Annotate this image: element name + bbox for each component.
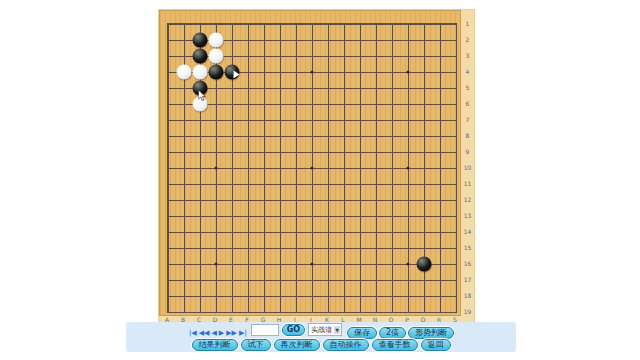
row-label-1: 1 bbox=[461, 20, 474, 27]
row-label-12: 12 bbox=[461, 196, 474, 203]
toolbar-row-actions: 结果判断试下再次判断自动操作查看手数返回 bbox=[126, 338, 516, 352]
toolbar-row2-button-1[interactable]: 试下 bbox=[241, 339, 271, 351]
row-label-7: 7 bbox=[461, 116, 474, 123]
page: 12345678910111213141516171819 ABCDEFGHIJ… bbox=[0, 0, 640, 360]
row-label-5: 5 bbox=[461, 84, 474, 91]
stone-black-Q16[interactable] bbox=[417, 257, 432, 272]
board-overlay bbox=[168, 24, 456, 312]
row-coordinates: 12345678910111213141516171819 bbox=[461, 10, 474, 316]
row-label-11: 11 bbox=[461, 180, 474, 187]
row-label-15: 15 bbox=[461, 244, 474, 251]
mouse-cursor-icon bbox=[198, 86, 206, 105]
variation-select-value: 实战谱 bbox=[311, 325, 332, 335]
stone-black-C3[interactable] bbox=[193, 49, 208, 64]
stone-black-D4[interactable] bbox=[209, 65, 224, 80]
go-board-frame: 12345678910111213141516171819 ABCDEFGHIJ… bbox=[158, 9, 475, 326]
toolbar-row2-button-5[interactable]: 返回 bbox=[421, 339, 451, 351]
star-point bbox=[311, 71, 314, 74]
row-label-4: 4 bbox=[461, 68, 474, 75]
row-label-18: 18 bbox=[461, 292, 474, 299]
nav-last-button[interactable]: ▶| bbox=[238, 328, 248, 338]
stone-white-D2[interactable] bbox=[209, 33, 224, 48]
go-board[interactable] bbox=[159, 10, 461, 316]
toolbar-row2-button-2[interactable]: 再次判断 bbox=[274, 339, 320, 351]
nav-forward-button[interactable]: ▶ bbox=[218, 328, 225, 338]
row-label-2: 2 bbox=[461, 36, 474, 43]
star-point bbox=[407, 263, 410, 266]
star-point bbox=[215, 263, 218, 266]
nav-back-button[interactable]: ◀ bbox=[210, 328, 217, 338]
star-point bbox=[407, 167, 410, 170]
last-move-triangle-icon bbox=[234, 71, 240, 79]
move-number-input[interactable] bbox=[251, 324, 279, 336]
star-point bbox=[407, 71, 410, 74]
row-label-14: 14 bbox=[461, 228, 474, 235]
stone-white-C4[interactable] bbox=[193, 65, 208, 80]
nav-fast-forward-button[interactable]: ▶▶ bbox=[225, 328, 238, 338]
toolbar: |◀◀◀◀▶▶▶▶| GO 实战谱 ▼ 保存2倍形势判断 结果判断试下再次判断自… bbox=[126, 322, 516, 352]
nav-buttons: |◀◀◀◀▶▶▶▶| bbox=[188, 320, 248, 339]
row-label-17: 17 bbox=[461, 276, 474, 283]
go-button[interactable]: GO bbox=[282, 324, 305, 336]
chevron-down-icon: ▼ bbox=[334, 326, 340, 334]
row-label-6: 6 bbox=[461, 100, 474, 107]
row-label-10: 10 bbox=[461, 164, 474, 171]
row-label-16: 16 bbox=[461, 260, 474, 267]
stone-white-D3[interactable] bbox=[209, 49, 224, 64]
row-label-8: 8 bbox=[461, 132, 474, 139]
row-label-13: 13 bbox=[461, 212, 474, 219]
stone-white-B4[interactable] bbox=[177, 65, 192, 80]
star-point bbox=[311, 167, 314, 170]
star-point bbox=[215, 167, 218, 170]
nav-first-button[interactable]: |◀ bbox=[188, 328, 198, 338]
toolbar-row2-button-3[interactable]: 自动操作 bbox=[323, 339, 369, 351]
row-label-3: 3 bbox=[461, 52, 474, 59]
stone-black-E4[interactable] bbox=[225, 65, 240, 80]
toolbar-row2-button-4[interactable]: 查看手数 bbox=[372, 339, 418, 351]
stone-black-C2[interactable] bbox=[193, 33, 208, 48]
star-point bbox=[311, 263, 314, 266]
toolbar-row2-button-0[interactable]: 结果判断 bbox=[192, 339, 238, 351]
row-label-19: 19 bbox=[461, 308, 474, 315]
nav-fast-back-button[interactable]: ◀◀ bbox=[198, 328, 211, 338]
variation-select[interactable]: 实战谱 ▼ bbox=[308, 323, 342, 336]
toolbar-row-nav: |◀◀◀◀▶▶▶▶| GO 实战谱 ▼ 保存2倍形势判断 bbox=[126, 323, 516, 337]
toolbar-row1-buttons: 保存2倍形势判断 bbox=[345, 320, 454, 339]
row-label-9: 9 bbox=[461, 148, 474, 155]
